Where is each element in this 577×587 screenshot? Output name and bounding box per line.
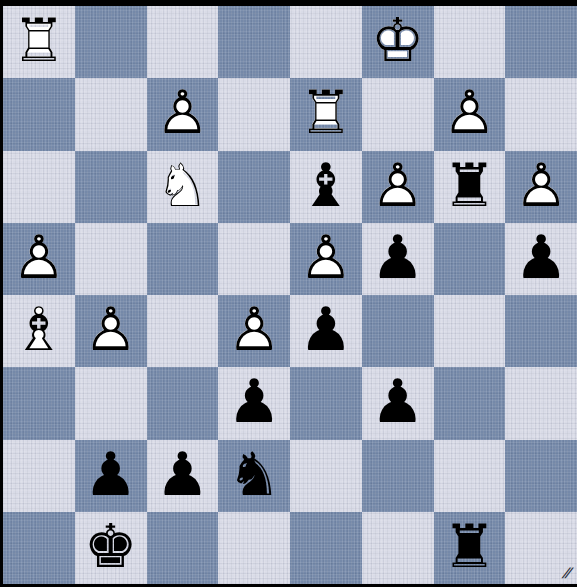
- white-pawn[interactable]: ♟︎♙︎: [75, 295, 147, 367]
- king-glyph: ♚︎: [84, 516, 138, 576]
- pawn-outline: ♙︎: [442, 83, 496, 143]
- square-d5[interactable]: [218, 223, 290, 295]
- square-c8[interactable]: [147, 6, 219, 78]
- black-king[interactable]: ♚︎: [75, 512, 147, 584]
- square-d8[interactable]: [218, 6, 290, 78]
- square-g4[interactable]: [434, 295, 506, 367]
- square-f2[interactable]: [362, 440, 434, 512]
- square-a6[interactable]: [3, 151, 75, 223]
- rook-outline: ♖︎: [12, 10, 66, 70]
- white-king[interactable]: ♚︎♔︎: [362, 6, 434, 78]
- square-d6[interactable]: [218, 151, 290, 223]
- square-b2[interactable]: ♟︎: [75, 440, 147, 512]
- black-rook[interactable]: ♜︎: [434, 512, 506, 584]
- square-h4[interactable]: [505, 295, 577, 367]
- black-pawn[interactable]: ♟︎: [218, 367, 290, 439]
- pawn-glyph: ♟︎: [371, 372, 425, 432]
- square-h3[interactable]: [505, 367, 577, 439]
- pawn-outline: ♙︎: [371, 155, 425, 215]
- square-h8[interactable]: [505, 6, 577, 78]
- square-g5[interactable]: [434, 223, 506, 295]
- square-f5[interactable]: ♟︎: [362, 223, 434, 295]
- square-a5[interactable]: ♟︎♙︎: [3, 223, 75, 295]
- square-a1[interactable]: [3, 512, 75, 584]
- white-pawn[interactable]: ♟︎♙︎: [147, 78, 219, 150]
- pawn-outline: ♙︎: [84, 299, 138, 359]
- knight-outline: ♘︎: [155, 155, 209, 215]
- white-knight[interactable]: ♞︎♘︎: [147, 151, 219, 223]
- rook-glyph: ♜︎: [442, 516, 496, 576]
- square-b4[interactable]: ♟︎♙︎: [75, 295, 147, 367]
- rook-glyph: ♜︎: [442, 155, 496, 215]
- square-f8[interactable]: ♚︎♔︎: [362, 6, 434, 78]
- black-pawn[interactable]: ♟︎: [362, 367, 434, 439]
- square-c5[interactable]: [147, 223, 219, 295]
- square-f4[interactable]: [362, 295, 434, 367]
- square-g2[interactable]: [434, 440, 506, 512]
- square-g1[interactable]: ♜︎: [434, 512, 506, 584]
- square-g8[interactable]: [434, 6, 506, 78]
- rook-outline: ♖︎: [299, 83, 353, 143]
- pawn-glyph: ♟︎: [299, 299, 353, 359]
- king-outline: ♔︎: [371, 10, 425, 70]
- white-pawn[interactable]: ♟︎♙︎: [362, 151, 434, 223]
- square-d7[interactable]: [218, 78, 290, 150]
- bishop-glyph: ♝︎: [299, 155, 353, 215]
- square-b3[interactable]: [75, 367, 147, 439]
- square-f7[interactable]: [362, 78, 434, 150]
- square-a8[interactable]: ♜︎♖︎: [3, 6, 75, 78]
- square-c4[interactable]: [147, 295, 219, 367]
- knight-glyph: ♞︎: [227, 444, 281, 504]
- pawn-outline: ♙︎: [155, 83, 209, 143]
- square-b6[interactable]: [75, 151, 147, 223]
- black-knight[interactable]: ♞︎: [218, 440, 290, 512]
- black-pawn[interactable]: ♟︎: [147, 440, 219, 512]
- square-h7[interactable]: [505, 78, 577, 150]
- square-d2[interactable]: ♞︎: [218, 440, 290, 512]
- square-c1[interactable]: [147, 512, 219, 584]
- black-rook[interactable]: ♜︎: [434, 151, 506, 223]
- square-a7[interactable]: [3, 78, 75, 150]
- square-h2[interactable]: [505, 440, 577, 512]
- pawn-glyph: ♟︎: [155, 444, 209, 504]
- white-pawn[interactable]: ♟︎♙︎: [218, 295, 290, 367]
- pawn-outline: ♙︎: [299, 227, 353, 287]
- square-d3[interactable]: ♟︎: [218, 367, 290, 439]
- square-f1[interactable]: [362, 512, 434, 584]
- square-h5[interactable]: ♟︎: [505, 223, 577, 295]
- white-pawn[interactable]: ♟︎♙︎: [505, 151, 577, 223]
- black-pawn[interactable]: ♟︎: [290, 295, 362, 367]
- pawn-glyph: ♟︎: [371, 227, 425, 287]
- pawn-glyph: ♟︎: [227, 372, 281, 432]
- square-e3[interactable]: [290, 367, 362, 439]
- pawn-glyph: ♟︎: [84, 444, 138, 504]
- square-c3[interactable]: [147, 367, 219, 439]
- white-pawn[interactable]: ♟︎♙︎: [3, 223, 75, 295]
- bishop-outline: ♗︎: [12, 299, 66, 359]
- square-h6[interactable]: ♟︎♙︎: [505, 151, 577, 223]
- square-d4[interactable]: ♟︎♙︎: [218, 295, 290, 367]
- white-pawn[interactable]: ♟︎♙︎: [434, 78, 506, 150]
- square-e2[interactable]: [290, 440, 362, 512]
- square-b1[interactable]: ♚︎: [75, 512, 147, 584]
- square-g7[interactable]: ♟︎♙︎: [434, 78, 506, 150]
- square-b8[interactable]: [75, 6, 147, 78]
- square-a2[interactable]: [3, 440, 75, 512]
- square-c2[interactable]: ♟︎: [147, 440, 219, 512]
- pawn-glyph: ♟︎: [514, 227, 568, 287]
- square-a4[interactable]: ♝︎♗︎: [3, 295, 75, 367]
- pawn-outline: ♙︎: [12, 227, 66, 287]
- square-f6[interactable]: ♟︎♙︎: [362, 151, 434, 223]
- black-bishop[interactable]: ♝︎: [290, 151, 362, 223]
- square-a3[interactable]: [3, 367, 75, 439]
- square-c7[interactable]: ♟︎♙︎: [147, 78, 219, 150]
- square-e7[interactable]: ♜︎♖︎: [290, 78, 362, 150]
- square-b5[interactable]: [75, 223, 147, 295]
- pawn-outline: ♙︎: [514, 155, 568, 215]
- black-pawn[interactable]: ♟︎: [505, 223, 577, 295]
- white-rook[interactable]: ♜︎♖︎: [3, 6, 75, 78]
- square-c6[interactable]: ♞︎♘︎: [147, 151, 219, 223]
- square-d1[interactable]: [218, 512, 290, 584]
- chess-board: ♜︎♖︎♚︎♔︎♟︎♙︎♜︎♖︎♟︎♙︎♞︎♘︎♝︎♟︎♙︎♜︎♟︎♙︎♟︎♙︎…: [3, 6, 577, 584]
- square-e1[interactable]: [290, 512, 362, 584]
- white-bishop[interactable]: ♝︎♗︎: [3, 295, 75, 367]
- square-f3[interactable]: ♟︎: [362, 367, 434, 439]
- square-b7[interactable]: [75, 78, 147, 150]
- pawn-outline: ♙︎: [227, 299, 281, 359]
- white-rook[interactable]: ♜︎♖︎: [290, 78, 362, 150]
- square-e4[interactable]: ♟︎: [290, 295, 362, 367]
- square-e5[interactable]: ♟︎♙︎: [290, 223, 362, 295]
- square-e6[interactable]: ♝︎: [290, 151, 362, 223]
- black-pawn[interactable]: ♟︎: [75, 440, 147, 512]
- board-frame: ♜︎♖︎♚︎♔︎♟︎♙︎♜︎♖︎♟︎♙︎♞︎♘︎♝︎♟︎♙︎♜︎♟︎♙︎♟︎♙︎…: [0, 0, 577, 587]
- white-pawn[interactable]: ♟︎♙︎: [290, 223, 362, 295]
- square-g3[interactable]: [434, 367, 506, 439]
- square-g6[interactable]: ♜︎: [434, 151, 506, 223]
- square-e8[interactable]: [290, 6, 362, 78]
- black-pawn[interactable]: ♟︎: [362, 223, 434, 295]
